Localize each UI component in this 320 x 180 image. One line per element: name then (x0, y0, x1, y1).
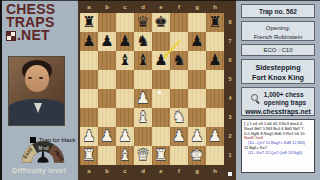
black-pawn-icon: ♟ (206, 51, 224, 70)
eco-box: ECO : C10 (241, 44, 315, 56)
black-pawn-icon: ♟ (116, 32, 134, 51)
opening-box: Opening: French Rubinstein (241, 21, 315, 41)
black-king-icon: ♚ (152, 13, 170, 32)
square-h7[interactable] (206, 32, 224, 51)
black-pawn-icon: ♟ (152, 51, 170, 70)
checkerboard-icon (6, 31, 16, 41)
square-d7[interactable]: ♞ (134, 32, 152, 51)
white-pawn-icon: ♟ (116, 127, 134, 146)
square-b3[interactable] (98, 108, 116, 127)
black-bishop-icon: ♝ (134, 51, 152, 70)
white-pawn-icon: ♟ (80, 127, 98, 146)
white-rook-icon: ♜ (80, 146, 98, 165)
opening-label: Opening: (242, 24, 314, 33)
trap-number-box: Trap no. 562 (241, 4, 315, 18)
file-label-a: a (80, 2, 98, 12)
square-f6[interactable]: ♞ (170, 51, 188, 70)
square-b4[interactable] (98, 89, 116, 108)
square-e4[interactable] (152, 89, 170, 108)
file-label-g: g (188, 166, 206, 176)
square-a1[interactable]: ♜ (80, 146, 98, 165)
square-e1[interactable]: ♜ (152, 146, 170, 165)
file-label-f: f (170, 166, 188, 176)
white-pawn-icon: ♟ (170, 127, 188, 146)
square-h5[interactable] (206, 70, 224, 89)
video-frame: CHESS TRAPS .NET Trap for black Easy Med (0, 0, 320, 180)
square-e7[interactable] (152, 32, 170, 51)
promo-line2: opening traps (264, 99, 306, 107)
white-rook-icon: ♜ (152, 146, 170, 165)
square-h8[interactable]: ♜ (206, 13, 224, 32)
file-label-d: d (134, 2, 152, 12)
file-label-b: b (98, 2, 116, 12)
difficulty-label: Difficulty level (0, 166, 78, 175)
square-b5[interactable] (98, 70, 116, 89)
square-c8[interactable] (116, 13, 134, 32)
square-g5[interactable] (188, 70, 206, 89)
magnifier-icon (250, 93, 262, 105)
square-d6[interactable]: ♝ (134, 51, 152, 70)
presenter-photo (8, 56, 65, 126)
frame-edge-left (0, 0, 2, 180)
rank-label-8: 8 (224, 13, 236, 32)
chess-board-widget: abcdefgh ♜♛♚♜♟♟♟♞♟♝♝♟♞♟♟♝♞♟♟♟♟♟♟♜♝♛♜♚ 87… (78, 0, 236, 180)
promo-box: 1,000+ chess opening traps www.chesstrap… (241, 87, 315, 116)
chess-board: ♜♛♚♜♟♟♟♞♟♝♝♟♞♟♟♝♞♟♟♟♟♟♟♜♝♛♜♚ (80, 13, 224, 165)
file-label-c: c (116, 166, 134, 176)
square-d3[interactable]: ♝ (134, 108, 152, 127)
rank-label-5: 5 (224, 70, 236, 89)
opening-name: French Rubinstein (242, 33, 314, 42)
square-c2[interactable]: ♟ (116, 127, 134, 146)
square-g6[interactable] (188, 51, 206, 70)
website-link[interactable]: www.chesstraps.net (242, 108, 314, 115)
black-queen-icon: ♛ (134, 13, 152, 32)
square-e3[interactable] (152, 108, 170, 127)
square-f2[interactable]: ♟ (170, 127, 188, 146)
magnifier-handle (256, 100, 260, 104)
white-bishop-icon: ♝ (116, 146, 134, 165)
square-d2[interactable] (134, 127, 152, 146)
file-label-g: g (188, 2, 206, 12)
white-queen-icon: ♛ (134, 146, 152, 165)
square-c3[interactable] (116, 108, 134, 127)
right-panel: Trap no. 562 Opening: French Rubinstein … (236, 0, 320, 180)
square-c5[interactable] (116, 70, 134, 89)
square-f3[interactable]: ♞ (170, 108, 188, 127)
square-f1[interactable] (170, 146, 188, 165)
file-label-h: h (206, 2, 224, 12)
square-a7[interactable]: ♟ (80, 32, 98, 51)
square-c7[interactable]: ♟ (116, 32, 134, 51)
trap-title-box: Sidestepping Fort Knox King (241, 59, 315, 84)
file-labels-bottom: abcdefgh (80, 166, 224, 176)
white-bishop-icon: ♝ (134, 108, 152, 127)
file-label-b: b (98, 166, 116, 176)
trap-title-line2: Fort Knox King (242, 73, 314, 83)
file-label-f: f (170, 2, 188, 12)
square-g8[interactable] (188, 13, 206, 32)
square-a6[interactable] (80, 51, 98, 70)
square-e2[interactable] (152, 127, 170, 146)
square-b6[interactable] (98, 51, 116, 70)
rank-label-1: 1 (224, 146, 236, 165)
frame-edge-top (0, 0, 320, 1)
photo-eye-left (28, 77, 32, 79)
square-f8[interactable] (170, 13, 188, 32)
file-label-e: e (152, 2, 170, 12)
square-e5[interactable] (152, 70, 170, 89)
square-g4[interactable] (188, 89, 206, 108)
black-pawn-icon: ♟ (98, 32, 116, 51)
square-b7[interactable]: ♟ (98, 32, 116, 51)
logo-line3: .NET (17, 29, 50, 42)
rank-label-4: 4 (224, 89, 236, 108)
square-d1[interactable]: ♛ (134, 146, 152, 165)
white-pawn-icon: ♟ (206, 127, 224, 146)
square-a8[interactable]: ♜ (80, 13, 98, 32)
file-label-a: a (80, 166, 98, 176)
white-pawn-icon: ♟ (134, 89, 152, 108)
black-pawn-icon: ♟ (188, 32, 206, 51)
file-label-e: e (152, 166, 170, 176)
square-g2[interactable]: ♟ (188, 127, 206, 146)
square-h2[interactable]: ♟ (206, 127, 224, 146)
flip-board-icon[interactable] (227, 171, 233, 177)
square-h3[interactable] (206, 108, 224, 127)
white-pawn-icon: ♟ (98, 127, 116, 146)
square-e8[interactable]: ♚ (152, 13, 170, 32)
square-e6[interactable]: ♟ (152, 51, 170, 70)
black-knight-icon: ♞ (170, 51, 188, 70)
rank-label-6: 6 (224, 51, 236, 70)
square-f5[interactable] (170, 70, 188, 89)
file-labels-top: abcdefgh (80, 2, 224, 12)
rank-labels-right: 87654321 (224, 13, 236, 165)
square-d4[interactable]: ♟ (134, 89, 152, 108)
black-rook-icon: ♜ (80, 13, 98, 32)
square-b2[interactable]: ♟ (98, 127, 116, 146)
black-rook-icon: ♜ (206, 13, 224, 32)
white-knight-icon: ♞ (170, 108, 188, 127)
file-label-c: c (116, 2, 134, 12)
square-f7[interactable] (170, 32, 188, 51)
file-label-h: h (206, 166, 224, 176)
photo-eye-right (39, 77, 43, 79)
square-b1[interactable] (98, 146, 116, 165)
rank-label-3: 3 (224, 108, 236, 127)
square-h4[interactable] (206, 89, 224, 108)
trap-title-line1: Sidestepping (242, 63, 314, 73)
black-knight-icon: ♞ (134, 32, 152, 51)
square-g1[interactable]: ♚ (188, 146, 206, 165)
square-a4[interactable] (80, 89, 98, 108)
black-bishop-icon: ♝ (116, 51, 134, 70)
square-c4[interactable] (116, 89, 134, 108)
square-a3[interactable] (80, 108, 98, 127)
square-a5[interactable] (80, 70, 98, 89)
file-label-d: d (134, 166, 152, 176)
square-a2[interactable]: ♟ (80, 127, 98, 146)
move-line-7: (11...Ke7 12.Qe2 Qe8 13.Ng5) (244, 151, 312, 156)
square-h6[interactable]: ♟ (206, 51, 224, 70)
rank-label-7: 7 (224, 32, 236, 51)
gauge-hub (37, 157, 48, 163)
square-h1[interactable] (206, 146, 224, 165)
highlight-dot (158, 91, 161, 94)
left-panel: CHESS TRAPS .NET Trap for black Easy Med (0, 0, 78, 180)
rank-label-2: 2 (224, 127, 236, 146)
square-c1[interactable]: ♝ (116, 146, 134, 165)
chesstraps-logo: CHESS TRAPS .NET (6, 3, 55, 42)
move-list-box[interactable]: [..] 1.e4 e6 2.d4 d5 3.Nc3 dxe4 4.Nxe4 B… (241, 119, 315, 173)
difficulty-gauge: Easy Med Hard (14, 133, 72, 166)
square-f4[interactable] (170, 89, 188, 108)
square-d8[interactable]: ♛ (134, 13, 152, 32)
square-g7[interactable]: ♟ (188, 32, 206, 51)
square-b8[interactable] (98, 13, 116, 32)
square-d5[interactable] (134, 70, 152, 89)
square-c6[interactable]: ♝ (116, 51, 134, 70)
black-pawn-icon: ♟ (80, 32, 98, 51)
white-pawn-icon: ♟ (188, 127, 206, 146)
promo-line1: 1,000+ chess (264, 91, 306, 99)
square-g3[interactable] (188, 108, 206, 127)
white-king-icon: ♚ (188, 146, 206, 165)
